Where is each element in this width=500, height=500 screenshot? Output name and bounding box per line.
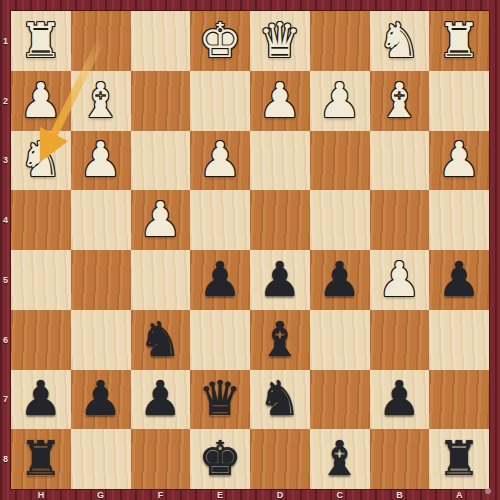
square-a2[interactable] bbox=[429, 71, 489, 131]
piece-white-pawn[interactable]: ♟ bbox=[199, 135, 242, 183]
square-g8[interactable] bbox=[71, 429, 131, 489]
square-e8[interactable]: ♚ bbox=[190, 429, 250, 489]
piece-black-pawn[interactable]: ♟ bbox=[199, 255, 242, 303]
piece-black-king[interactable]: ♚ bbox=[199, 434, 242, 482]
square-d5[interactable]: ♟ bbox=[250, 250, 310, 310]
file-label-b: B bbox=[370, 489, 430, 500]
square-b5[interactable]: ♟ bbox=[370, 250, 430, 310]
piece-black-pawn[interactable]: ♟ bbox=[139, 374, 182, 422]
square-a6[interactable] bbox=[429, 310, 489, 370]
square-a4[interactable] bbox=[429, 190, 489, 250]
piece-black-knight[interactable]: ♞ bbox=[139, 315, 182, 363]
square-d8[interactable] bbox=[250, 429, 310, 489]
square-h6[interactable] bbox=[11, 310, 71, 370]
square-f7[interactable]: ♟ bbox=[131, 370, 191, 430]
square-h4[interactable] bbox=[11, 190, 71, 250]
file-labels: HGFEDCBA bbox=[11, 489, 489, 500]
square-g4[interactable] bbox=[71, 190, 131, 250]
square-h3[interactable]: ♞ bbox=[11, 131, 71, 191]
square-h1[interactable]: ♜ bbox=[11, 11, 71, 71]
rank-label-3: 3 bbox=[0, 131, 11, 191]
piece-black-pawn[interactable]: ♟ bbox=[318, 255, 361, 303]
piece-white-pawn[interactable]: ♟ bbox=[139, 195, 182, 243]
piece-white-queen[interactable]: ♛ bbox=[258, 16, 301, 64]
rank-label-6: 6 bbox=[0, 310, 11, 370]
square-b8[interactable] bbox=[370, 429, 430, 489]
square-a8[interactable]: ♜ bbox=[429, 429, 489, 489]
square-e6[interactable] bbox=[190, 310, 250, 370]
square-d3[interactable] bbox=[250, 131, 310, 191]
square-f3[interactable] bbox=[131, 131, 191, 191]
rank-label-7: 7 bbox=[0, 370, 11, 430]
square-h2[interactable]: ♟ bbox=[11, 71, 71, 131]
piece-white-rook[interactable]: ♜ bbox=[19, 16, 62, 64]
square-d2[interactable]: ♟ bbox=[250, 71, 310, 131]
piece-black-pawn[interactable]: ♟ bbox=[378, 374, 421, 422]
square-e7[interactable]: ♛ bbox=[190, 370, 250, 430]
piece-white-knight[interactable]: ♞ bbox=[19, 135, 62, 183]
square-h7[interactable]: ♟ bbox=[11, 370, 71, 430]
file-label-g: G bbox=[71, 489, 131, 500]
square-d1[interactable]: ♛ bbox=[250, 11, 310, 71]
square-b7[interactable]: ♟ bbox=[370, 370, 430, 430]
square-d4[interactable] bbox=[250, 190, 310, 250]
piece-black-pawn[interactable]: ♟ bbox=[79, 374, 122, 422]
piece-black-pawn[interactable]: ♟ bbox=[258, 255, 301, 303]
square-b6[interactable] bbox=[370, 310, 430, 370]
square-e2[interactable] bbox=[190, 71, 250, 131]
square-c3[interactable] bbox=[310, 131, 370, 191]
rank-label-4: 4 bbox=[0, 190, 11, 250]
rank-label-8: 8 bbox=[0, 429, 11, 489]
piece-white-pawn[interactable]: ♟ bbox=[19, 76, 62, 124]
piece-black-queen[interactable]: ♛ bbox=[199, 374, 242, 422]
square-c4[interactable] bbox=[310, 190, 370, 250]
square-c6[interactable] bbox=[310, 310, 370, 370]
square-a5[interactable]: ♟ bbox=[429, 250, 489, 310]
corner-dot bbox=[485, 488, 491, 494]
rank-label-2: 2 bbox=[0, 71, 11, 131]
rank-labels: 12345678 bbox=[0, 11, 11, 489]
square-f6[interactable]: ♞ bbox=[131, 310, 191, 370]
square-a7[interactable] bbox=[429, 370, 489, 430]
square-c1[interactable] bbox=[310, 11, 370, 71]
piece-white-king[interactable]: ♚ bbox=[199, 16, 242, 64]
piece-white-bishop[interactable]: ♝ bbox=[378, 76, 421, 124]
square-e5[interactable]: ♟ bbox=[190, 250, 250, 310]
square-h8[interactable]: ♜ bbox=[11, 429, 71, 489]
square-c8[interactable]: ♝ bbox=[310, 429, 370, 489]
piece-black-pawn[interactable]: ♟ bbox=[438, 255, 481, 303]
file-label-e: E bbox=[190, 489, 250, 500]
file-label-a: A bbox=[429, 489, 489, 500]
square-b4[interactable] bbox=[370, 190, 430, 250]
piece-black-rook[interactable]: ♜ bbox=[19, 434, 62, 482]
board: ♜♚♛♞♜♟♝♟♟♝♞♟♟♟♟♟♟♟♟♟♞♝♟♟♟♛♞♟♜♚♝♜ bbox=[11, 11, 489, 489]
square-a1[interactable]: ♜ bbox=[429, 11, 489, 71]
square-g3[interactable]: ♟ bbox=[71, 131, 131, 191]
rank-label-1: 1 bbox=[0, 11, 11, 71]
square-c7[interactable] bbox=[310, 370, 370, 430]
piece-white-pawn[interactable]: ♟ bbox=[378, 255, 421, 303]
square-g2[interactable]: ♝ bbox=[71, 71, 131, 131]
square-c5[interactable]: ♟ bbox=[310, 250, 370, 310]
square-f1[interactable] bbox=[131, 11, 191, 71]
square-b3[interactable] bbox=[370, 131, 430, 191]
square-c2[interactable]: ♟ bbox=[310, 71, 370, 131]
piece-white-bishop[interactable]: ♝ bbox=[79, 76, 122, 124]
square-f4[interactable]: ♟ bbox=[131, 190, 191, 250]
piece-black-knight[interactable]: ♞ bbox=[258, 374, 301, 422]
chess-app-window: ♜♚♛♞♜♟♝♟♟♝♞♟♟♟♟♟♟♟♟♟♞♝♟♟♟♛♞♟♜♚♝♜ 1234567… bbox=[0, 0, 500, 500]
square-d6[interactable]: ♝ bbox=[250, 310, 310, 370]
file-label-d: D bbox=[250, 489, 310, 500]
piece-white-pawn[interactable]: ♟ bbox=[318, 76, 361, 124]
square-d7[interactable]: ♞ bbox=[250, 370, 310, 430]
piece-white-knight[interactable]: ♞ bbox=[378, 16, 421, 64]
file-label-c: C bbox=[310, 489, 370, 500]
piece-white-pawn[interactable]: ♟ bbox=[79, 135, 122, 183]
square-e1[interactable]: ♚ bbox=[190, 11, 250, 71]
file-label-h: H bbox=[11, 489, 71, 500]
square-f2[interactable] bbox=[131, 71, 191, 131]
square-h5[interactable] bbox=[11, 250, 71, 310]
file-label-f: F bbox=[131, 489, 191, 500]
piece-black-bishop[interactable]: ♝ bbox=[318, 434, 361, 482]
square-g7[interactable]: ♟ bbox=[71, 370, 131, 430]
square-b2[interactable]: ♝ bbox=[370, 71, 430, 131]
piece-white-rook[interactable]: ♜ bbox=[438, 16, 481, 64]
piece-black-bishop[interactable]: ♝ bbox=[258, 315, 301, 363]
square-f5[interactable] bbox=[131, 250, 191, 310]
square-g6[interactable] bbox=[71, 310, 131, 370]
square-e3[interactable]: ♟ bbox=[190, 131, 250, 191]
square-f8[interactable] bbox=[131, 429, 191, 489]
rank-label-5: 5 bbox=[0, 250, 11, 310]
piece-white-pawn[interactable]: ♟ bbox=[438, 135, 481, 183]
square-e4[interactable] bbox=[190, 190, 250, 250]
piece-black-rook[interactable]: ♜ bbox=[438, 434, 481, 482]
square-a3[interactable]: ♟ bbox=[429, 131, 489, 191]
square-g1[interactable] bbox=[71, 11, 131, 71]
piece-black-pawn[interactable]: ♟ bbox=[19, 374, 62, 422]
square-b1[interactable]: ♞ bbox=[370, 11, 430, 71]
piece-white-pawn[interactable]: ♟ bbox=[258, 76, 301, 124]
square-g5[interactable] bbox=[71, 250, 131, 310]
